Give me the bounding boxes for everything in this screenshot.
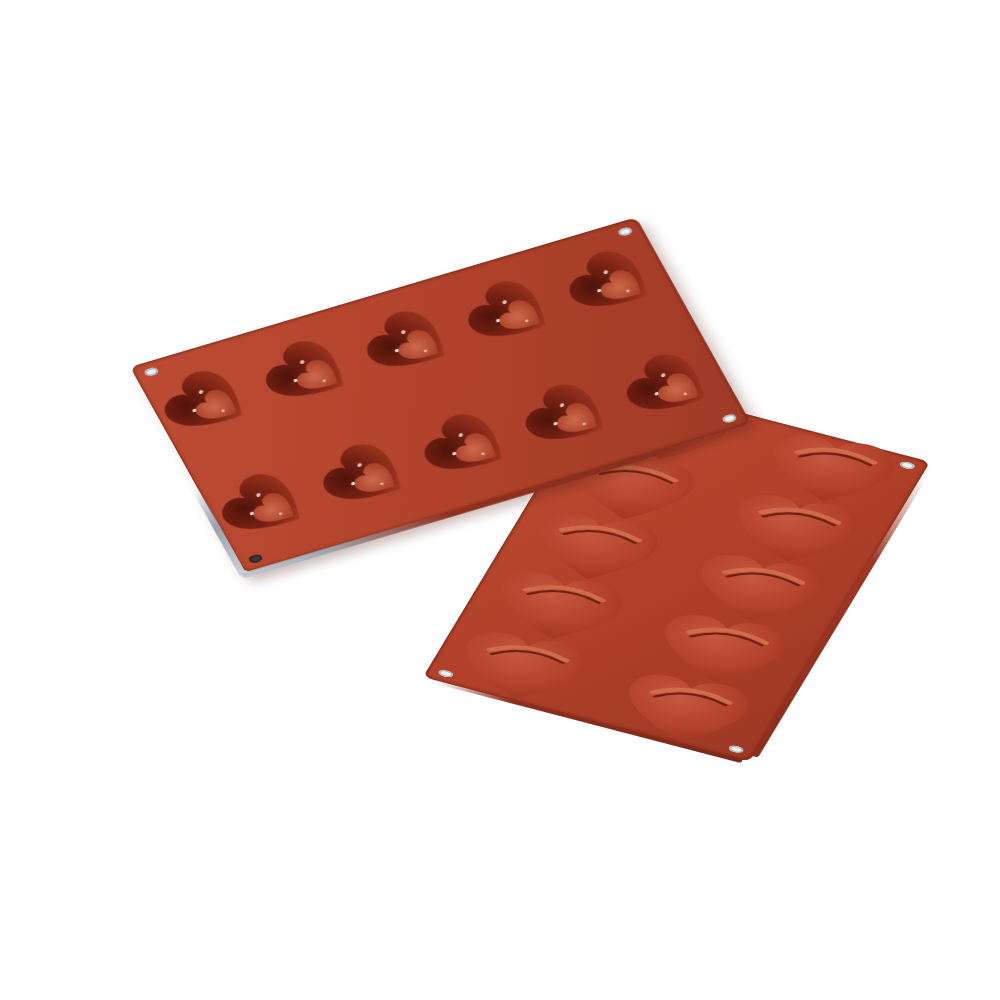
heart-cavity bbox=[410, 403, 528, 489]
heart-cavity bbox=[511, 373, 629, 459]
heart-cavity bbox=[352, 300, 470, 386]
heart-cavity bbox=[251, 330, 369, 416]
heart-cavity bbox=[309, 433, 427, 519]
heart-cavity bbox=[555, 240, 673, 326]
product-photo bbox=[0, 0, 1000, 1000]
heart-cavity bbox=[454, 270, 572, 356]
heart-cavity bbox=[150, 360, 268, 446]
heart-cavity bbox=[612, 343, 730, 429]
